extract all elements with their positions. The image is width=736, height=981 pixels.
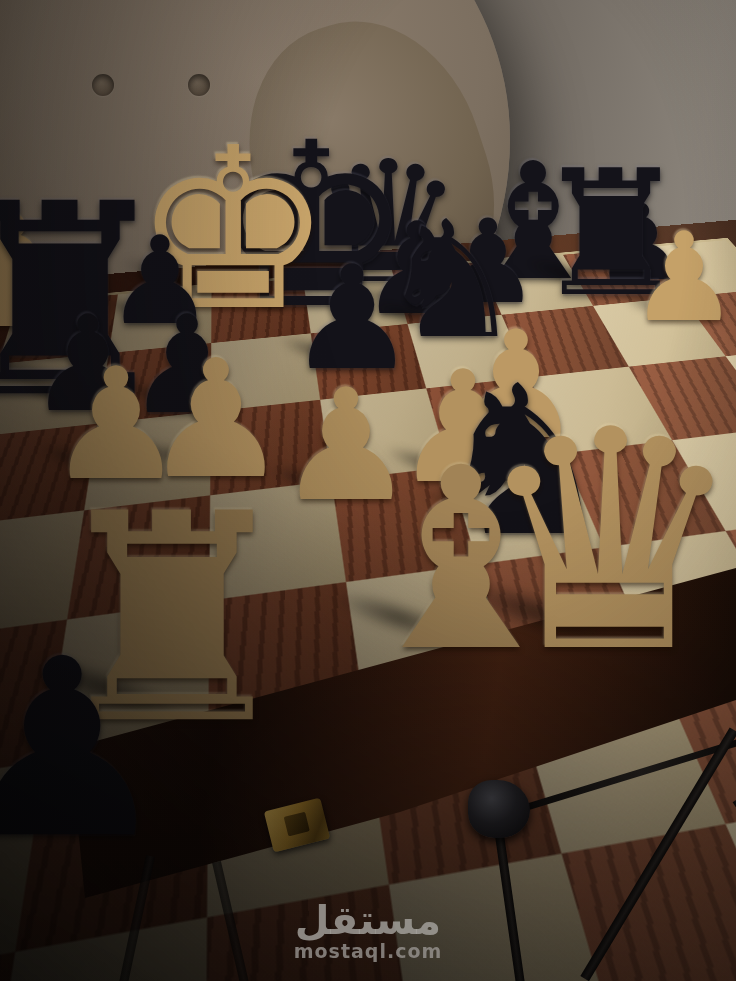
leg-hinge-clamp [468,780,530,838]
white-pawn-h6: ♟ [629,217,736,340]
white-bishop-e1: ♝ [348,435,573,686]
photo-stage: ♜♟♟♟♚♚♟♛♟♞♟♝♜♟♟♟♟♟♟♟♞♝♛♜♟♟ مستقل mostaql… [0,0,736,981]
chair-tuft-button [188,74,210,96]
chair-tuft-button [92,74,114,96]
captured-black-pawn: ♟ [0,627,172,873]
